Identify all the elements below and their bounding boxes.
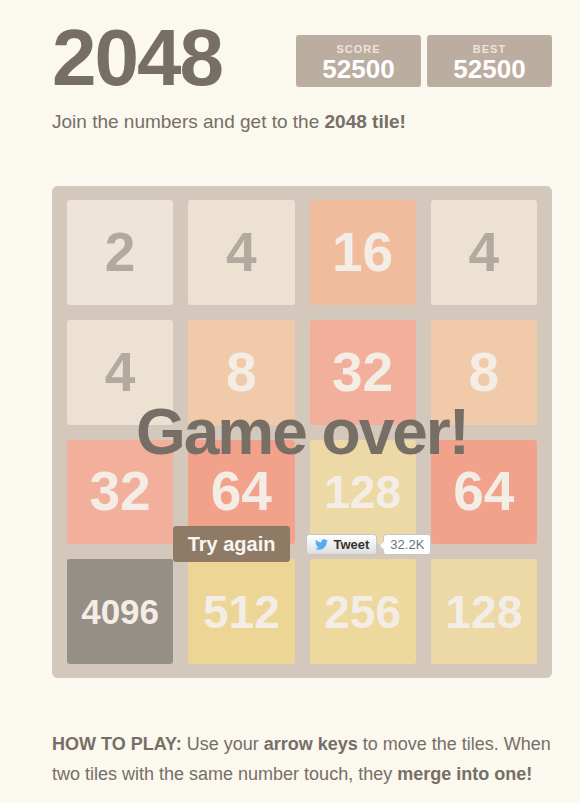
overlay-buttons: Try again Tweet 32.2K [52,526,552,562]
how-to-play: HOW TO PLAY: Use your arrow keys to move… [52,729,551,789]
scores-container: SCORE 52500 BEST 52500 [296,35,552,87]
subtitle: Join the numbers and get to the 2048 til… [52,110,552,134]
game-over-message: Game over! [52,400,552,464]
twitter-bird-icon [314,538,329,551]
try-again-button[interactable]: Try again [173,526,291,562]
game-title: 2048 [52,18,222,98]
tweet-count-value: 32.2K [390,537,424,552]
game-over-overlay: Game over! Try again Tweet 32.2K [52,186,552,678]
best-box: BEST 52500 [427,35,552,87]
tweet-widget: Tweet 32.2K [306,534,431,555]
score-box: SCORE 52500 [296,35,421,87]
page: 2048 SCORE 52500 BEST 52500 Join the num… [52,0,552,803]
tweet-button[interactable]: Tweet [306,534,377,555]
score-value: 52500 [296,55,421,83]
tweet-label: Tweet [333,537,369,552]
tweet-count[interactable]: 32.2K [383,534,431,555]
best-value: 52500 [427,55,552,83]
game-board: 24164483283264128644096512256128 Game ov… [52,186,552,678]
tweet-count-caret [379,540,389,550]
